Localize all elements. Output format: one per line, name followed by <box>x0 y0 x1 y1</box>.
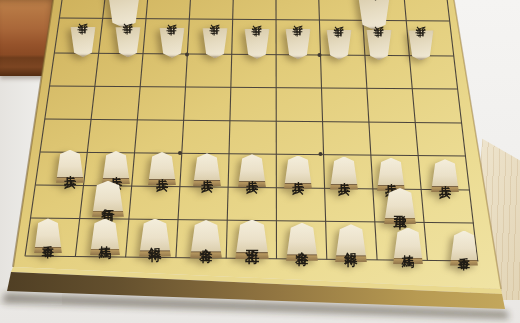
piece-gote-pawn[interactable]: 歩兵 <box>70 27 96 57</box>
piece-kanji: 飛車 <box>117 8 131 10</box>
piece-sente-pawn[interactable]: 歩兵 <box>148 152 177 185</box>
piece-kanji: 香車 <box>42 235 54 237</box>
piece-kanji: 歩兵 <box>246 170 258 172</box>
piece-sente-lance[interactable]: 香車 <box>34 218 63 253</box>
piece-sente-rook[interactable]: 飛車 <box>384 188 417 224</box>
piece-kanji: 歩兵 <box>123 41 133 43</box>
piece-gote-bishop[interactable]: 角行 <box>357 0 391 30</box>
piece-sente-pawn[interactable]: 歩兵 <box>431 159 460 192</box>
piece-kanji: 歩兵 <box>78 41 88 43</box>
piece-sente-pawn[interactable]: 歩兵 <box>102 151 131 184</box>
piece-sente-silver[interactable]: 銀将 <box>335 224 368 262</box>
shogi-board-photo: 飛車角行歩兵歩兵歩兵歩兵歩兵歩兵歩兵歩兵歩兵歩兵歩兵歩兵歩兵歩兵歩兵歩兵歩兵歩兵… <box>0 0 520 323</box>
piece-gote-pawn[interactable]: 歩兵 <box>285 29 311 59</box>
piece-sente-knight[interactable]: 桂馬 <box>393 228 424 265</box>
piece-kanji: 歩兵 <box>156 168 168 170</box>
piece-sente-gold[interactable]: 金将 <box>286 223 319 261</box>
piece-kanji: 角行 <box>367 10 381 12</box>
star-point <box>178 151 182 155</box>
piece-gote-pawn[interactable]: 歩兵 <box>408 30 434 60</box>
piece-sente-lance[interactable]: 香車 <box>450 231 479 266</box>
piece-kanji: 銀将 <box>345 242 358 244</box>
piece-sente-pawn[interactable]: 歩兵 <box>238 154 267 187</box>
star-point <box>318 53 322 57</box>
piece-gote-pawn[interactable]: 歩兵 <box>244 29 270 59</box>
piece-gote-pawn[interactable]: 歩兵 <box>326 30 352 60</box>
piece-sente-pawn[interactable]: 歩兵 <box>284 156 313 189</box>
piece-kanji: 歩兵 <box>374 44 384 46</box>
piece-kanji: 桂馬 <box>402 245 414 247</box>
grid-line <box>276 0 277 259</box>
piece-kanji: 歩兵 <box>201 169 213 171</box>
piece-kanji: 歩兵 <box>334 43 344 45</box>
piece-kanji: 歩兵 <box>210 42 220 44</box>
piece-gote-rook[interactable]: 飛車 <box>107 0 141 28</box>
piece-kanji: 金将 <box>296 241 309 243</box>
star-point <box>319 152 323 156</box>
piece-kanji: 桂馬 <box>99 236 111 238</box>
piece-kanji: 角行 <box>102 198 115 200</box>
piece-kanji: 金将 <box>200 238 213 240</box>
piece-sente-gold[interactable]: 金将 <box>190 220 223 258</box>
piece-kanji: 歩兵 <box>338 172 350 174</box>
piece-sente-pawn[interactable]: 歩兵 <box>330 157 359 190</box>
star-point <box>185 53 189 57</box>
piece-sente-pawn[interactable]: 歩兵 <box>193 153 222 186</box>
piece-kanji: 歩兵 <box>385 173 397 175</box>
piece-kanji: 飛車 <box>394 205 407 207</box>
piece-sente-king[interactable]: 王将 <box>235 220 270 260</box>
piece-kanji: 歩兵 <box>292 171 304 173</box>
piece-kanji: 歩兵 <box>167 42 177 44</box>
piece-kanji: 歩兵 <box>293 43 303 45</box>
piece-sente-pawn[interactable]: 歩兵 <box>56 150 85 183</box>
piece-wood-face <box>107 0 141 28</box>
piece-kanji: 歩兵 <box>252 43 262 45</box>
piece-kanji: 香車 <box>458 247 470 249</box>
piece-gote-pawn[interactable]: 歩兵 <box>202 28 228 58</box>
piece-sente-bishop[interactable]: 角行 <box>92 181 125 217</box>
piece-sente-knight[interactable]: 桂馬 <box>90 219 121 256</box>
piece-kanji: 王将 <box>245 239 259 241</box>
piece-gote-pawn[interactable]: 歩兵 <box>366 30 392 60</box>
piece-wood-face <box>357 0 391 30</box>
piece-sente-pawn[interactable]: 歩兵 <box>377 158 406 191</box>
piece-gote-pawn[interactable]: 歩兵 <box>115 27 141 57</box>
piece-kanji: 歩兵 <box>64 165 76 167</box>
piece-kanji: 歩兵 <box>439 175 451 177</box>
piece-gote-pawn[interactable]: 歩兵 <box>159 28 185 58</box>
piece-kanji: 歩兵 <box>110 166 122 168</box>
piece-kanji: 銀将 <box>149 237 162 239</box>
piece-sente-silver[interactable]: 銀将 <box>139 219 172 257</box>
